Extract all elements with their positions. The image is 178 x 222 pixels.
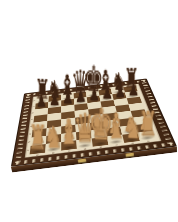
black-pawn-glyph: ♟ (119, 81, 147, 98)
chess-set-photo: 87654321 abcdefgh ♜♞♝♛♚♝♞♜♟♟♟♟♟♟♟♟♟♟♟♟♟♟… (0, 0, 178, 222)
board-inner-border: 87654321 abcdefgh ♜♞♝♛♚♝♞♜♟♟♟♟♟♟♟♟♟♟♟♟♟♟… (25, 84, 162, 158)
piece-black-pawn-h7[interactable]: ♟ (125, 91, 140, 98)
scene: 87654321 abcdefgh ♜♞♝♛♚♝♞♜♟♟♟♟♟♟♟♟♟♟♟♟♟♟… (0, 0, 178, 222)
brass-clasp-left (77, 159, 86, 164)
chess-board: 87654321 abcdefgh ♜♞♝♛♚♝♞♜♟♟♟♟♟♟♟♟♟♟♟♟♟♟… (11, 79, 177, 167)
pieces-layer: ♜♞♝♛♚♝♞♜♟♟♟♟♟♟♟♟♟♟♟♟♟♟♟♟♜♞♝♛♚♝♞♜ (30, 86, 156, 155)
piece-white-rook-h1[interactable]: ♜ (138, 131, 156, 141)
brass-clasp-right (126, 153, 134, 158)
white-rook-glyph: ♜ (131, 107, 165, 141)
